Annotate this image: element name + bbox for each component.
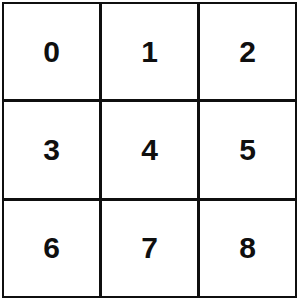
cell-r0c2[interactable]: 2	[200, 4, 295, 99]
grid-board: 0 1 2 3 4 5 6 7 8	[2, 2, 297, 298]
page-background: 0 1 2 3 4 5 6 7 8	[0, 0, 299, 300]
cell-r2c0[interactable]: 6	[4, 201, 99, 296]
cell-r2c2[interactable]: 8	[200, 201, 295, 296]
cell-r1c2[interactable]: 5	[200, 102, 295, 197]
cell-r1c1[interactable]: 4	[102, 102, 197, 197]
cell-r2c1[interactable]: 7	[102, 201, 197, 296]
cell-r1c0[interactable]: 3	[4, 102, 99, 197]
cell-r0c0[interactable]: 0	[4, 4, 99, 99]
cell-r0c1[interactable]: 1	[102, 4, 197, 99]
